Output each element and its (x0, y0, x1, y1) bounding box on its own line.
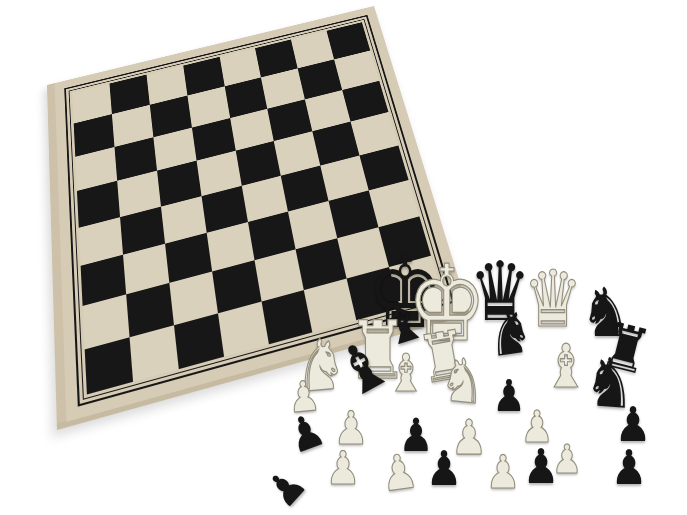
piece-black-pawn[interactable]: ♟︎ (258, 461, 313, 515)
piece-white-pawn[interactable]: ♟︎ (485, 449, 520, 495)
piece-black-knight[interactable]: ♞︎ (483, 300, 537, 366)
piece-white-bishop[interactable]: ♝︎ (386, 347, 426, 399)
chess-set-photo: ♛︎♚︎♛︎♚︎♞︎♝︎♞︎♜︎♜︎♜︎♞︎♝︎♝︎♝︎♞︎♞︎♟︎♟︎♟︎♟︎… (0, 0, 687, 515)
piece-white-pawn[interactable]: ♟︎ (378, 446, 421, 499)
piece-black-pawn[interactable]: ♟︎ (426, 444, 463, 492)
piece-black-pawn[interactable]: ♟︎ (611, 443, 648, 491)
piece-white-knight[interactable]: ♞︎ (437, 349, 489, 413)
scattered-pieces-pile: ♛︎♚︎♛︎♚︎♞︎♝︎♞︎♜︎♜︎♜︎♞︎♝︎♝︎♝︎♞︎♞︎♟︎♟︎♟︎♟︎… (0, 0, 687, 515)
piece-black-pawn[interactable]: ♟︎ (282, 405, 331, 460)
piece-white-bishop[interactable]: ♝︎ (543, 336, 589, 396)
piece-white-pawn[interactable]: ♟︎ (325, 445, 360, 491)
piece-black-pawn[interactable]: ♟︎ (523, 442, 560, 490)
